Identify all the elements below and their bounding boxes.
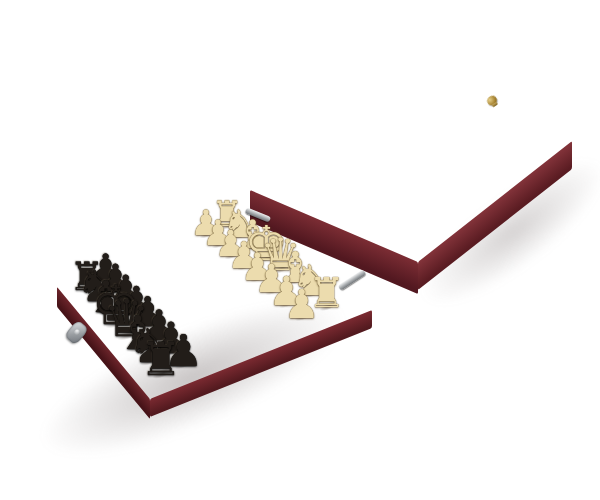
piece-white-pawn[interactable]: ♟: [284, 284, 320, 324]
piece-black-rook[interactable]: ♜: [140, 337, 181, 383]
chess-box-set: ♜♞♝♛♚♝♞♜♟♟♟♟♟♟♟♟♟♟♟♟♟♟♟♟♜♞♝♛♚♝♞♜: [0, 0, 600, 500]
pieces-layer: ♜♞♝♛♚♝♞♜♟♟♟♟♟♟♟♟♟♟♟♟♟♟♟♟♜♞♝♛♚♝♞♜: [0, 0, 600, 500]
